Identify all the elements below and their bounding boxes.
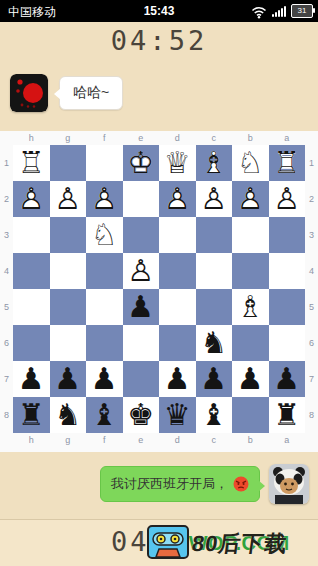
square-b3[interactable] <box>232 217 269 253</box>
cassette-icon <box>147 525 189 559</box>
file-label: e <box>123 131 160 145</box>
square-d5[interactable] <box>159 289 196 325</box>
square-c1[interactable]: ♝♗ <box>196 145 233 181</box>
rank-label: 5 <box>305 289 318 325</box>
piece-bB: ♝ <box>196 397 233 433</box>
square-g6[interactable] <box>50 325 87 361</box>
square-b8[interactable] <box>232 397 269 433</box>
square-f3[interactable]: ♞♘ <box>86 217 123 253</box>
rank-label: 6 <box>0 325 13 361</box>
square-h1[interactable]: ♜♖ <box>13 145 50 181</box>
piece-bP: ♟ <box>123 289 160 325</box>
square-b7[interactable]: ♟ <box>232 361 269 397</box>
square-f5[interactable] <box>86 289 123 325</box>
piece-bB: ♝ <box>86 397 123 433</box>
file-label: a <box>269 131 306 145</box>
square-d1[interactable]: ♛♕ <box>159 145 196 181</box>
square-g3[interactable] <box>50 217 87 253</box>
rank-label: 3 <box>305 217 318 253</box>
piece-wP: ♟♙ <box>196 181 233 217</box>
square-g4[interactable] <box>50 253 87 289</box>
square-h4[interactable] <box>13 253 50 289</box>
piece-wQ: ♛♕ <box>159 145 196 181</box>
piece-wB: ♝♗ <box>196 145 233 181</box>
piece-bR: ♜ <box>13 397 50 433</box>
rank-label: 5 <box>0 289 13 325</box>
square-g1[interactable] <box>50 145 87 181</box>
square-e7[interactable] <box>123 361 160 397</box>
file-label: g <box>50 433 87 449</box>
piece-wP: ♟♙ <box>159 181 196 217</box>
piece-bR: ♜ <box>269 397 306 433</box>
rank-label: 6 <box>305 325 318 361</box>
rank-label: 4 <box>0 253 13 289</box>
piece-bN: ♞ <box>196 325 233 361</box>
square-d2[interactable]: ♟♙ <box>159 181 196 217</box>
file-label: c <box>196 433 233 449</box>
opponent-chat-text: 哈哈~ <box>73 84 109 100</box>
square-b2[interactable]: ♟♙ <box>232 181 269 217</box>
piece-wP: ♟♙ <box>13 181 50 217</box>
wifi-icon <box>251 6 267 19</box>
player-timer-bar: 04 TWOP.COM 80后下载 <box>0 519 318 566</box>
square-f1[interactable] <box>86 145 123 181</box>
square-g7[interactable]: ♟ <box>50 361 87 397</box>
square-e3[interactable] <box>123 217 160 253</box>
rank-label: 8 <box>0 397 13 433</box>
piece-bK: ♚ <box>123 397 160 433</box>
square-b5[interactable]: ♝♗ <box>232 289 269 325</box>
file-labels-top: hgfedcba <box>13 131 305 145</box>
rank-label: 2 <box>305 181 318 217</box>
rank-label: 7 <box>305 361 318 397</box>
square-c2[interactable]: ♟♙ <box>196 181 233 217</box>
square-g5[interactable] <box>50 289 87 325</box>
file-label: c <box>196 131 233 145</box>
square-f2[interactable]: ♟♙ <box>86 181 123 217</box>
piece-bP: ♟ <box>86 361 123 397</box>
app-screen: 中国移动 15:43 31 04:52 <box>0 0 318 566</box>
square-d4[interactable] <box>159 253 196 289</box>
square-g2[interactable]: ♟♙ <box>50 181 87 217</box>
piece-bP: ♟ <box>50 361 87 397</box>
file-label: b <box>232 131 269 145</box>
square-b1[interactable]: ♞♘ <box>232 145 269 181</box>
file-label: f <box>86 131 123 145</box>
signal-strength-icon <box>272 5 286 19</box>
square-e8[interactable]: ♚ <box>123 397 160 433</box>
piece-wP: ♟♙ <box>232 181 269 217</box>
square-d6[interactable] <box>159 325 196 361</box>
square-e1[interactable]: ♚♔ <box>123 145 160 181</box>
square-e5[interactable]: ♟ <box>123 289 160 325</box>
square-a6[interactable] <box>269 325 306 361</box>
rank-labels-left: 12345678 <box>0 145 13 433</box>
piece-wP: ♟♙ <box>86 181 123 217</box>
piece-bP: ♟ <box>232 361 269 397</box>
square-a4[interactable] <box>269 253 306 289</box>
opponent-timer: 04:52 <box>0 25 318 56</box>
square-c4[interactable] <box>196 253 233 289</box>
battery-icon: 31 <box>291 4 313 18</box>
angry-emoji-icon <box>233 476 249 492</box>
piece-bN: ♞ <box>50 397 87 433</box>
rank-labels-right: 12345678 <box>305 145 318 433</box>
square-c6[interactable]: ♞ <box>196 325 233 361</box>
square-c3[interactable] <box>196 217 233 253</box>
piece-wP: ♟♙ <box>269 181 306 217</box>
piece-wN: ♞♘ <box>86 217 123 253</box>
opponent-avatar[interactable] <box>10 74 48 112</box>
file-label: b <box>232 433 269 449</box>
square-a3[interactable] <box>269 217 306 253</box>
file-label: a <box>269 433 306 449</box>
piece-wP: ♟♙ <box>50 181 87 217</box>
square-h3[interactable] <box>13 217 50 253</box>
square-a7[interactable]: ♟ <box>269 361 306 397</box>
square-e2[interactable] <box>123 181 160 217</box>
rank-label: 3 <box>0 217 13 253</box>
file-label: g <box>50 131 87 145</box>
square-h8[interactable]: ♜ <box>13 397 50 433</box>
player-chat-text: 我讨厌西班牙开局， <box>111 475 228 493</box>
square-a8[interactable]: ♜ <box>269 397 306 433</box>
piece-bP: ♟ <box>269 361 306 397</box>
status-bar: 中国移动 15:43 31 <box>0 0 318 22</box>
piece-wK: ♚♔ <box>123 145 160 181</box>
square-d8[interactable]: ♛ <box>159 397 196 433</box>
square-c8[interactable]: ♝ <box>196 397 233 433</box>
piece-wP: ♟♙ <box>123 253 160 289</box>
square-e6[interactable] <box>123 325 160 361</box>
chess-board: ♜♖♚♔♛♕♝♗♞♘♜♖♟♙♟♙♟♙♟♙♟♙♟♙♟♙♞♘♟♙♟♝♗♞♟♟♟♟♟♟… <box>13 145 305 433</box>
piece-wN: ♞♘ <box>232 145 269 181</box>
opponent-chat-bubble: 哈哈~ <box>59 76 123 110</box>
piece-wR: ♜♖ <box>269 145 306 181</box>
square-h5[interactable] <box>13 289 50 325</box>
square-f7[interactable]: ♟ <box>86 361 123 397</box>
square-f8[interactable]: ♝ <box>86 397 123 433</box>
rank-label: 1 <box>305 145 318 181</box>
file-labels-bottom: hgfedcba <box>13 433 305 449</box>
player-timer: 04 <box>111 526 150 557</box>
square-e4[interactable]: ♟♙ <box>123 253 160 289</box>
square-a2[interactable]: ♟♙ <box>269 181 306 217</box>
square-h6[interactable] <box>13 325 50 361</box>
status-icons: 31 <box>251 3 313 19</box>
player-avatar[interactable] <box>269 464 309 504</box>
piece-wR: ♜♖ <box>13 145 50 181</box>
piece-wB: ♝♗ <box>232 289 269 325</box>
file-label: h <box>13 131 50 145</box>
file-label: h <box>13 433 50 449</box>
board-panel: hgfedcba 12345678 ♜♖♚♔♛♕♝♗♞♘♜♖♟♙♟♙♟♙♟♙♟♙… <box>0 131 318 452</box>
opponent-chat-row: 哈哈~ <box>10 74 123 112</box>
player-chat-bubble: 我讨厌西班牙开局， <box>100 466 260 502</box>
square-g8[interactable]: ♞ <box>50 397 87 433</box>
rank-label: 8 <box>305 397 318 433</box>
square-c7[interactable]: ♟ <box>196 361 233 397</box>
watermark-overlay-text: 80后下载 <box>190 529 290 559</box>
square-f6[interactable] <box>86 325 123 361</box>
rank-label: 7 <box>0 361 13 397</box>
battery-percent: 31 <box>298 6 307 15</box>
piece-bQ: ♛ <box>159 397 196 433</box>
square-f4[interactable] <box>86 253 123 289</box>
square-h2[interactable]: ♟♙ <box>13 181 50 217</box>
square-d7[interactable]: ♟ <box>159 361 196 397</box>
rank-label: 1 <box>0 145 13 181</box>
piece-bP: ♟ <box>13 361 50 397</box>
file-label: f <box>86 433 123 449</box>
square-c5[interactable] <box>196 289 233 325</box>
square-b4[interactable] <box>232 253 269 289</box>
piece-bP: ♟ <box>159 361 196 397</box>
square-b6[interactable] <box>232 325 269 361</box>
square-d3[interactable] <box>159 217 196 253</box>
file-label: e <box>123 433 160 449</box>
square-a1[interactable]: ♜♖ <box>269 145 306 181</box>
file-label: d <box>159 131 196 145</box>
rank-label: 2 <box>0 181 13 217</box>
square-a5[interactable] <box>269 289 306 325</box>
player-chat-row: 我讨厌西班牙开局， <box>100 464 309 504</box>
square-h7[interactable]: ♟ <box>13 361 50 397</box>
piece-bP: ♟ <box>196 361 233 397</box>
file-label: d <box>159 433 196 449</box>
rank-label: 4 <box>305 253 318 289</box>
